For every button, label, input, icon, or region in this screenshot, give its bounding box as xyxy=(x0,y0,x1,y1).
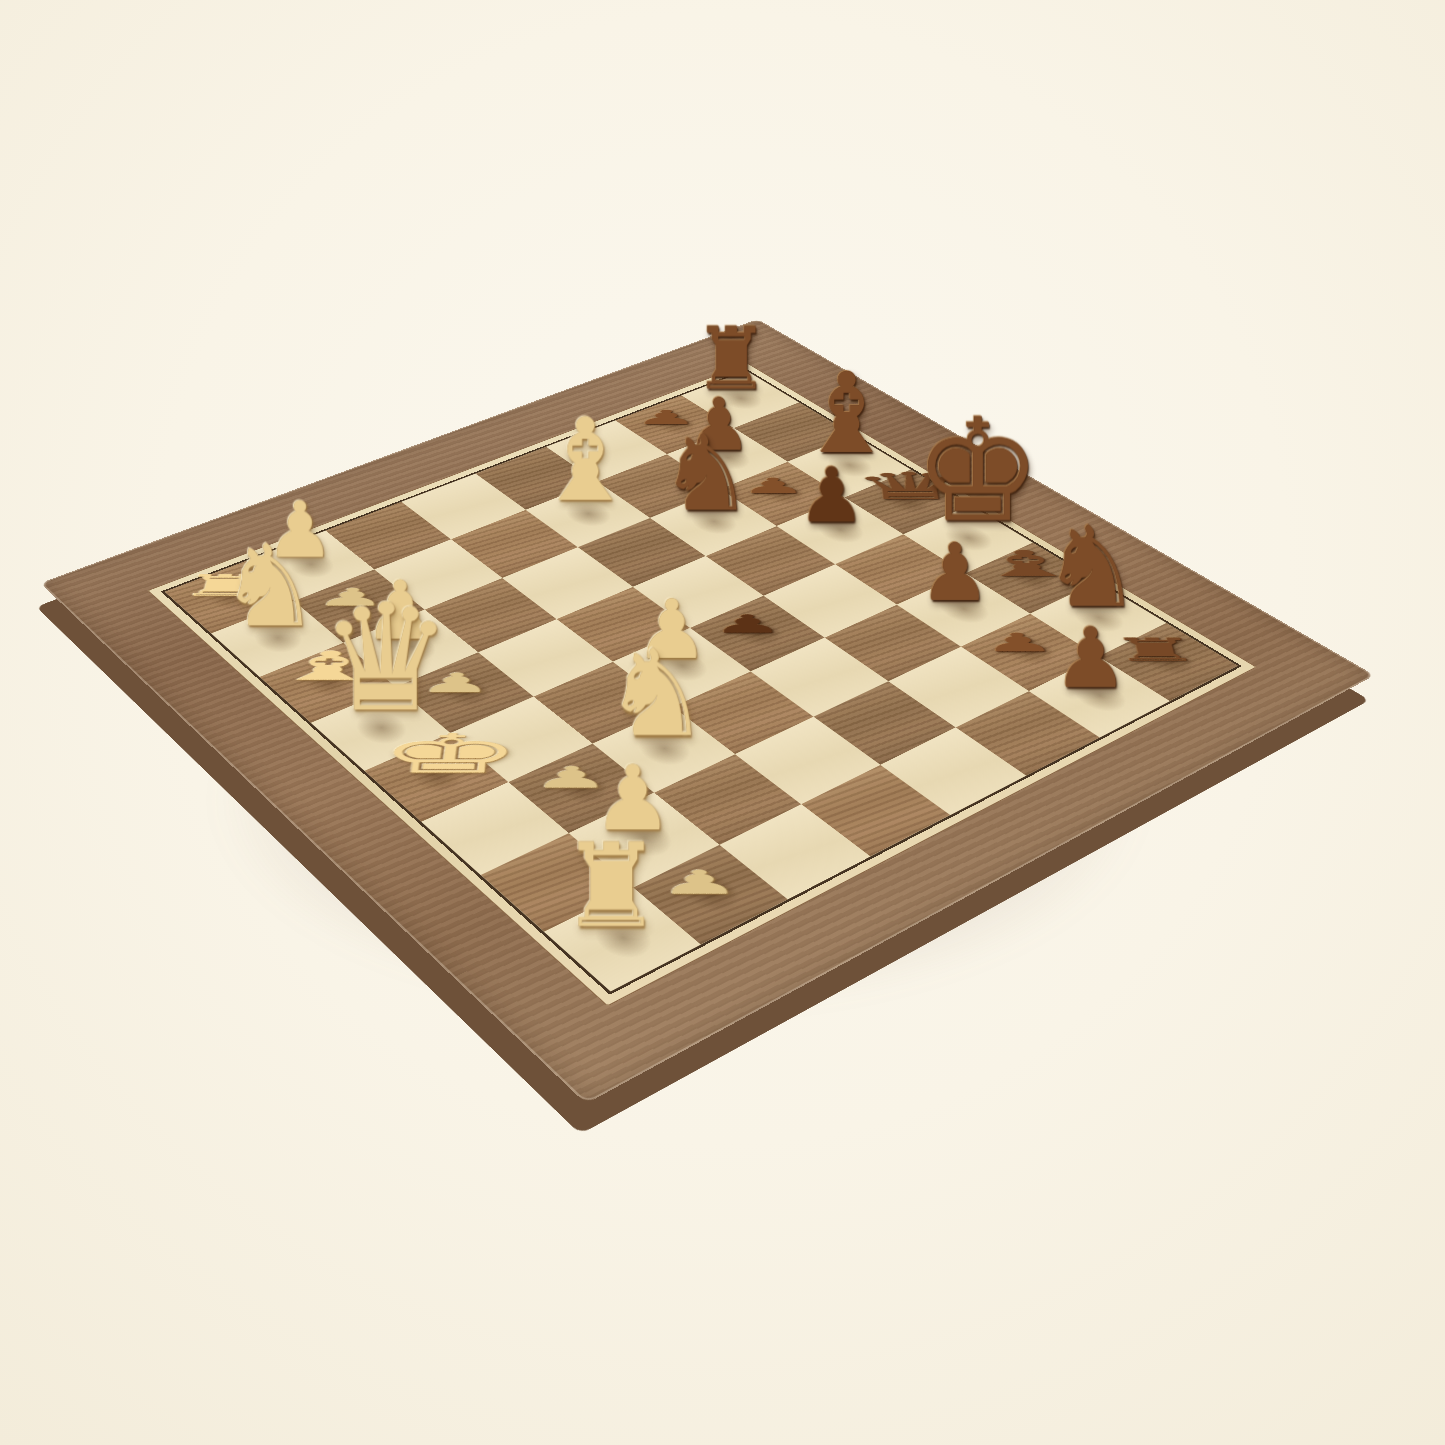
piece-black-king-e8[interactable]: ♚ xyxy=(914,399,1005,542)
scene: ♜♝♛♚♝♞♜♟♟♟♟♟♟♟♞♝♟♟♞♟♟♟♟♟♟♟♜♞♝♛♚♜ xyxy=(0,0,1445,1445)
piece-black-knight-c6[interactable]: ♞ xyxy=(659,420,749,525)
piece-black-pawn-f7[interactable]: ♟ xyxy=(907,534,1002,613)
piece-white-queen-d1[interactable]: ♛ xyxy=(319,584,420,732)
piece-white-rook-h1[interactable]: ♜ xyxy=(555,828,668,944)
piece-black-pawn-d7[interactable]: ♟ xyxy=(786,458,876,534)
piece-white-knight-b1[interactable]: ♞ xyxy=(219,529,315,642)
piece-white-knight-f3[interactable]: ♞ xyxy=(602,633,704,753)
piece-black-pawn-h7[interactable]: ♟ xyxy=(1041,617,1140,700)
square-e1[interactable]: ♚ xyxy=(365,733,509,822)
square-h1[interactable]: ♜ xyxy=(544,887,701,991)
piece-white-king-e1[interactable]: ♚ xyxy=(373,727,483,781)
piece-black-knight-g8[interactable]: ♞ xyxy=(1042,511,1137,623)
piece-white-bishop-b5[interactable]: ♝ xyxy=(534,403,624,517)
